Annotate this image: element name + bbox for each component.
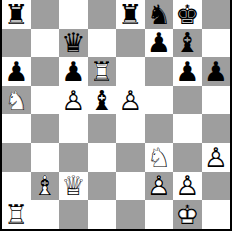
square-f8[interactable]: ♞: [145, 0, 174, 29]
white-pawn-fill: ♟: [145, 172, 174, 201]
white-pawn-fill: ♟: [116, 86, 145, 115]
black-pawn-piece: ♟: [173, 57, 202, 86]
square-g4[interactable]: [173, 114, 202, 143]
square-b2[interactable]: ♝♗: [31, 172, 60, 201]
white-king-piece: ♔: [173, 200, 202, 229]
square-d8[interactable]: [88, 0, 117, 29]
square-b7[interactable]: [31, 29, 60, 58]
square-d5[interactable]: ♝: [88, 86, 117, 115]
white-knight-piece: ♘: [145, 143, 174, 172]
black-rook-piece: ♜: [116, 0, 145, 29]
white-pawn-piece: ♙: [116, 86, 145, 115]
square-b1[interactable]: [31, 200, 60, 229]
black-rook-piece: ♜: [2, 0, 31, 29]
white-bishop-fill: ♝: [31, 172, 60, 201]
black-pawn-piece: ♟: [2, 57, 31, 86]
square-c7[interactable]: ♛: [59, 29, 88, 58]
white-pawn-piece: ♙: [202, 143, 231, 172]
square-e6[interactable]: [116, 57, 145, 86]
square-f6[interactable]: [145, 57, 174, 86]
square-e3[interactable]: [116, 143, 145, 172]
white-pawn-piece: ♙: [145, 172, 174, 201]
square-c2[interactable]: ♛♕: [59, 172, 88, 201]
white-queen-fill: ♛: [59, 172, 88, 201]
square-e4[interactable]: [116, 114, 145, 143]
square-h2[interactable]: [202, 172, 231, 201]
square-g5[interactable]: [173, 86, 202, 115]
square-a4[interactable]: [2, 114, 31, 143]
square-c5[interactable]: ♟♙: [59, 86, 88, 115]
square-d2[interactable]: [88, 172, 117, 201]
black-king-piece: ♚: [173, 0, 202, 29]
square-a7[interactable]: [2, 29, 31, 58]
white-pawn-fill: ♟: [202, 143, 231, 172]
square-d4[interactable]: [88, 114, 117, 143]
square-e8[interactable]: ♜: [116, 0, 145, 29]
square-f5[interactable]: [145, 86, 174, 115]
square-d3[interactable]: [88, 143, 117, 172]
square-h4[interactable]: [202, 114, 231, 143]
white-king-fill: ♚: [173, 200, 202, 229]
black-knight-piece: ♞: [145, 0, 174, 29]
square-e7[interactable]: [116, 29, 145, 58]
white-rook-fill: ♜: [88, 57, 117, 86]
square-g7[interactable]: ♝: [173, 29, 202, 58]
square-b4[interactable]: [31, 114, 60, 143]
square-e1[interactable]: [116, 200, 145, 229]
square-a1[interactable]: ♜♖: [2, 200, 31, 229]
square-a2[interactable]: [2, 172, 31, 201]
square-d7[interactable]: [88, 29, 117, 58]
square-g8[interactable]: ♚: [173, 0, 202, 29]
white-bishop-piece: ♗: [31, 172, 60, 201]
square-d1[interactable]: [88, 200, 117, 229]
board-border: ♜♜♞♚♛♟♝♟♟♜♖♟♟♞♘♟♙♝♟♙♞♘♟♙♝♗♛♕♟♙♟♙♜♖♚♔: [0, 0, 232, 231]
white-rook-piece: ♖: [2, 200, 31, 229]
black-pawn-piece: ♟: [202, 57, 231, 86]
black-pawn-piece: ♟: [59, 57, 88, 86]
white-pawn-fill: ♟: [173, 172, 202, 201]
square-e5[interactable]: ♟♙: [116, 86, 145, 115]
white-rook-fill: ♜: [2, 200, 31, 229]
chess-board: ♜♜♞♚♛♟♝♟♟♜♖♟♟♞♘♟♙♝♟♙♞♘♟♙♝♗♛♕♟♙♟♙♜♖♚♔: [2, 0, 230, 229]
square-f7[interactable]: ♟: [145, 29, 174, 58]
square-h7[interactable]: [202, 29, 231, 58]
white-knight-fill: ♞: [145, 143, 174, 172]
square-b5[interactable]: [31, 86, 60, 115]
square-d6[interactable]: ♜♖: [88, 57, 117, 86]
white-rook-piece: ♖: [88, 57, 117, 86]
white-pawn-fill: ♟: [59, 86, 88, 115]
white-pawn-piece: ♙: [59, 86, 88, 115]
square-a8[interactable]: ♜: [2, 0, 31, 29]
square-b3[interactable]: [31, 143, 60, 172]
black-queen-piece: ♛: [59, 29, 88, 58]
square-g6[interactable]: ♟: [173, 57, 202, 86]
square-e2[interactable]: [116, 172, 145, 201]
square-c6[interactable]: ♟: [59, 57, 88, 86]
square-f2[interactable]: ♟♙: [145, 172, 174, 201]
square-b8[interactable]: [31, 0, 60, 29]
square-h8[interactable]: [202, 0, 231, 29]
square-a3[interactable]: [2, 143, 31, 172]
square-c8[interactable]: [59, 0, 88, 29]
square-f1[interactable]: [145, 200, 174, 229]
square-h3[interactable]: ♟♙: [202, 143, 231, 172]
black-bishop-piece: ♝: [173, 29, 202, 58]
square-b6[interactable]: [31, 57, 60, 86]
white-pawn-piece: ♙: [173, 172, 202, 201]
square-h6[interactable]: ♟: [202, 57, 231, 86]
square-g3[interactable]: [173, 143, 202, 172]
white-knight-piece: ♘: [2, 86, 31, 115]
square-c1[interactable]: [59, 200, 88, 229]
square-g1[interactable]: ♚♔: [173, 200, 202, 229]
square-c3[interactable]: [59, 143, 88, 172]
chess-diagram: ♜♜♞♚♛♟♝♟♟♜♖♟♟♞♘♟♙♝♟♙♞♘♟♙♝♗♛♕♟♙♟♙♜♖♚♔: [0, 0, 234, 234]
square-f4[interactable]: [145, 114, 174, 143]
square-c4[interactable]: [59, 114, 88, 143]
square-h5[interactable]: [202, 86, 231, 115]
white-queen-piece: ♕: [59, 172, 88, 201]
square-a5[interactable]: ♞♘: [2, 86, 31, 115]
square-g2[interactable]: ♟♙: [173, 172, 202, 201]
square-f3[interactable]: ♞♘: [145, 143, 174, 172]
square-h1[interactable]: [202, 200, 231, 229]
black-pawn-piece: ♟: [145, 29, 174, 58]
white-knight-fill: ♞: [2, 86, 31, 115]
black-bishop-piece: ♝: [88, 86, 117, 115]
square-a6[interactable]: ♟: [2, 57, 31, 86]
